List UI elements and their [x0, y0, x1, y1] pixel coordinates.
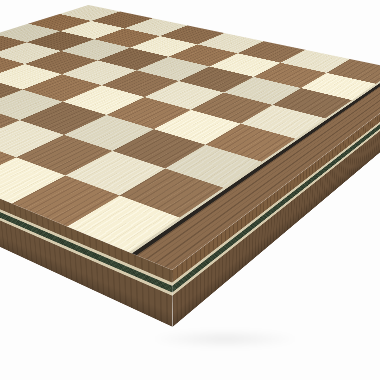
photo-scene	[0, 0, 380, 380]
product-photo-frame	[0, 0, 380, 380]
